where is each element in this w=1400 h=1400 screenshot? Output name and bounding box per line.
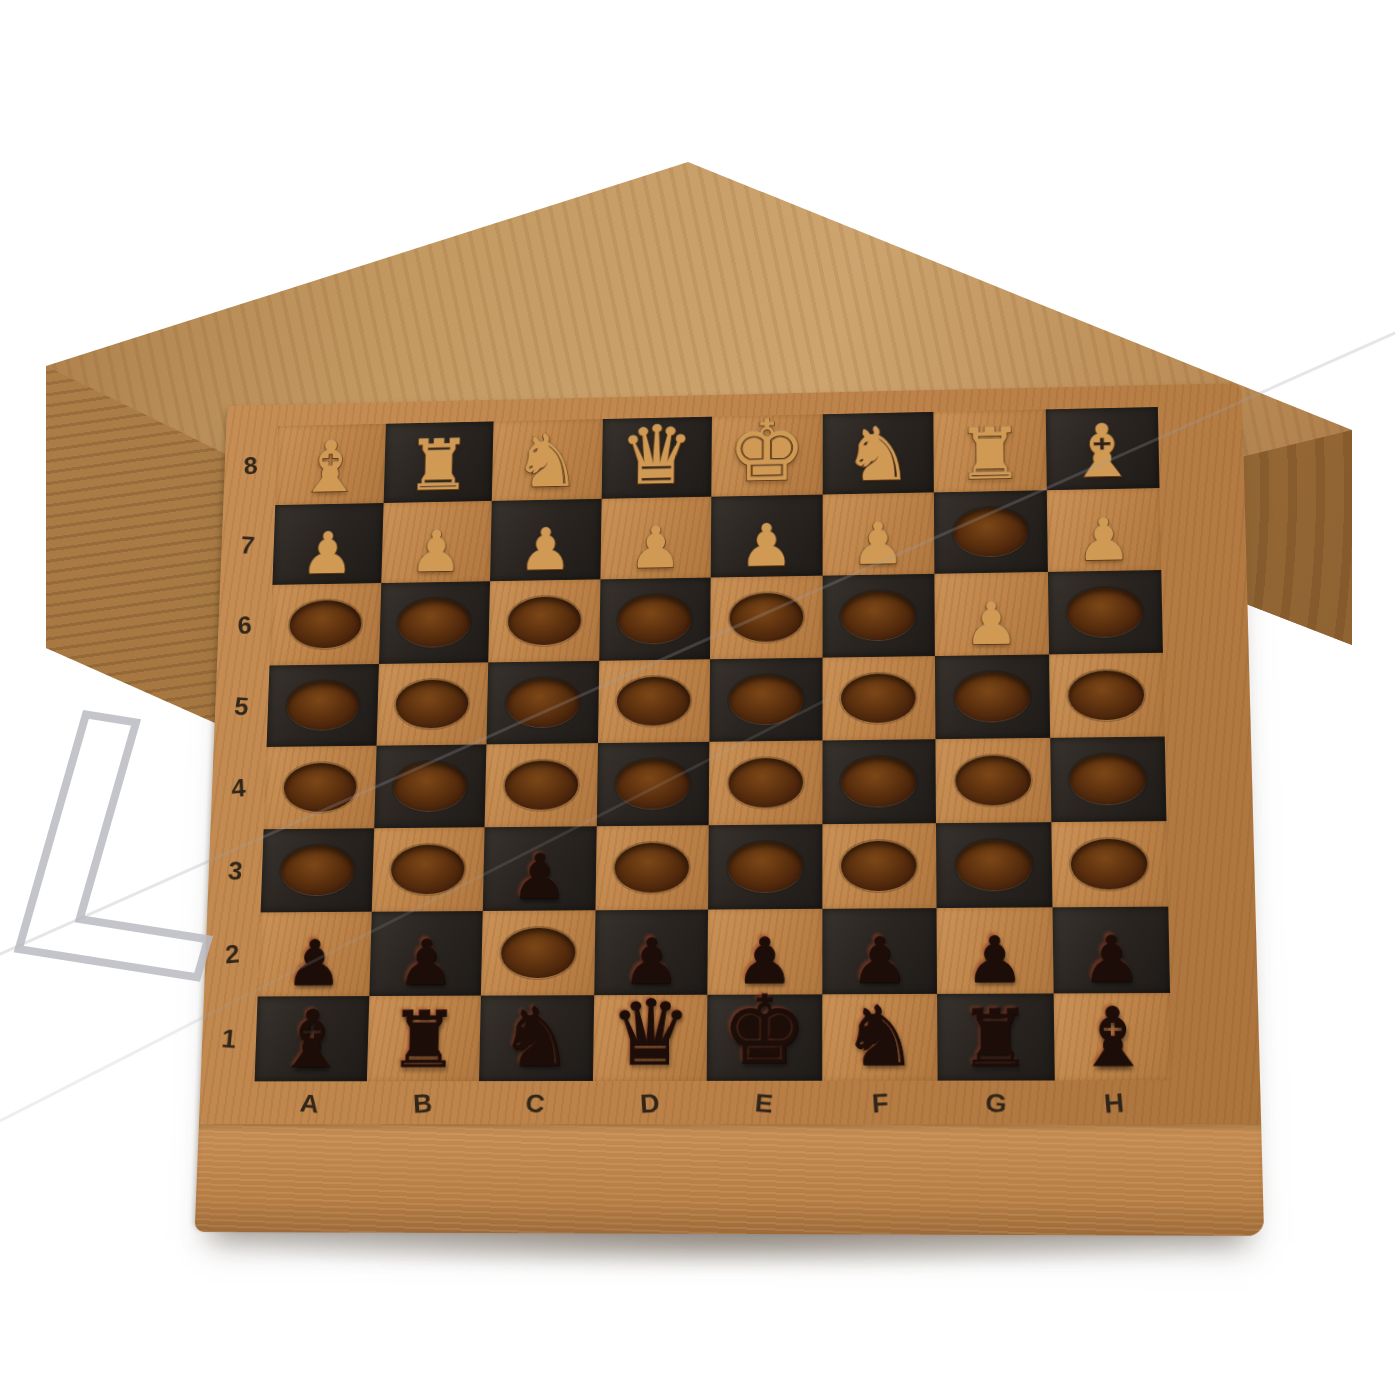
square-c4[interactable]: [485, 743, 598, 827]
peg-hole: [1067, 588, 1143, 637]
square-b1[interactable]: ♜: [366, 996, 481, 1082]
peg-hole: [618, 595, 692, 643]
piece-wN-f8[interactable]: ♞: [822, 417, 934, 492]
square-h3[interactable]: [1051, 821, 1168, 907]
square-a8[interactable]: ♝: [275, 424, 385, 505]
peg-hole: [280, 846, 354, 895]
piece-wP-c7[interactable]: ♟: [490, 521, 601, 580]
square-c2[interactable]: [481, 910, 595, 995]
file-label-e: E: [705, 1079, 823, 1128]
square-f3[interactable]: [822, 823, 937, 909]
piece-wP-f7[interactable]: ♟: [822, 515, 934, 574]
square-c1[interactable]: ♞: [479, 995, 594, 1081]
square-a2[interactable]: ♟: [258, 912, 372, 997]
rank-label-1: 1: [198, 995, 261, 1083]
square-h7[interactable]: ♟: [1046, 488, 1161, 572]
peg-hole: [1068, 671, 1145, 720]
square-e5[interactable]: [709, 658, 822, 742]
piece-wB-a8[interactable]: ♝: [275, 431, 385, 503]
page-background: { "game": "chess", "scene": { "type": "p…: [0, 0, 1400, 1400]
peg-hole: [289, 600, 362, 648]
peg-hole: [286, 681, 360, 729]
square-a5[interactable]: [267, 664, 379, 747]
square-g2[interactable]: ♟: [937, 907, 1054, 994]
square-f2[interactable]: ♟: [822, 908, 937, 994]
square-e6[interactable]: [710, 576, 822, 660]
square-h1[interactable]: ♝: [1053, 993, 1172, 1080]
piece-wP-g6[interactable]: ♟: [935, 594, 1049, 654]
rank-label-5: 5: [211, 665, 272, 749]
square-g4[interactable]: [935, 738, 1050, 823]
piece-bB-a1[interactable]: ♝: [252, 1000, 372, 1079]
square-d7[interactable]: ♟: [600, 497, 711, 580]
file-label-h: H: [1053, 1078, 1174, 1128]
rank-label-4: 4: [210, 745, 267, 832]
square-b6[interactable]: [378, 581, 490, 664]
square-h5[interactable]: [1049, 653, 1165, 738]
square-f4[interactable]: [822, 739, 936, 824]
square-b7[interactable]: ♟: [381, 501, 492, 583]
peg-hole: [729, 593, 803, 642]
peg-hole: [395, 680, 469, 728]
file-label-b: B: [365, 1079, 480, 1128]
square-b5[interactable]: [376, 662, 488, 745]
square-g7[interactable]: [934, 490, 1048, 574]
square-c8[interactable]: ♞: [492, 419, 603, 501]
peg-hole: [841, 757, 916, 806]
peg-hole: [956, 840, 1032, 890]
square-a1[interactable]: ♝: [255, 996, 369, 1081]
file-label-a: A: [252, 1080, 368, 1129]
peg-hole: [504, 761, 578, 810]
piece-bP-c3[interactable]: ♟: [480, 846, 599, 909]
square-f1[interactable]: ♞: [822, 994, 938, 1081]
rank-label-8: 8: [223, 424, 279, 508]
square-c7[interactable]: ♟: [490, 499, 601, 581]
square-g3[interactable]: [936, 822, 1052, 908]
peg-hole: [1071, 839, 1148, 889]
square-a4[interactable]: [264, 746, 377, 830]
board-front-apron: [195, 1124, 1264, 1236]
piece-bB-h1[interactable]: ♝: [1050, 997, 1175, 1078]
square-b4[interactable]: [374, 744, 487, 828]
peg-hole: [954, 672, 1030, 721]
peg-hole: [729, 675, 803, 724]
piece-bR-g1[interactable]: ♜: [934, 1000, 1057, 1079]
piece-bN-c1[interactable]: ♞: [476, 997, 596, 1079]
piece-wB-h8[interactable]: ♝: [1045, 414, 1159, 488]
square-c3[interactable]: ♟: [483, 826, 597, 911]
square-c5[interactable]: [486, 661, 598, 745]
piece-wP-a7[interactable]: ♟: [272, 525, 382, 583]
square-b2[interactable]: ♟: [369, 911, 483, 996]
square-d1[interactable]: ♛: [592, 995, 707, 1081]
peg-hole: [506, 678, 580, 727]
square-c6[interactable]: [488, 579, 600, 662]
square-g5[interactable]: [935, 654, 1050, 739]
peg-hole: [398, 599, 471, 647]
piece-bP-a2[interactable]: ♟: [255, 932, 374, 995]
peg-hole: [617, 677, 691, 726]
piece-bP-b2[interactable]: ♟: [366, 931, 485, 994]
peg-hole: [393, 762, 467, 811]
square-h6[interactable]: [1047, 570, 1163, 654]
rank-label-3: 3: [204, 828, 266, 914]
piece-bP-f2[interactable]: ♟: [819, 928, 940, 992]
peg-hole: [841, 591, 915, 640]
square-e4[interactable]: [709, 740, 822, 825]
peg-hole: [391, 845, 466, 894]
square-f7[interactable]: ♟: [822, 492, 934, 575]
square-a7[interactable]: ♟: [272, 503, 383, 585]
square-f6[interactable]: [822, 574, 935, 658]
piece-wP-d7[interactable]: ♟: [600, 519, 711, 578]
square-h4[interactable]: [1050, 737, 1167, 823]
piece-wR-b8[interactable]: ♜: [383, 430, 493, 501]
piece-wK-e8[interactable]: ♚: [711, 409, 822, 495]
square-d6[interactable]: [599, 578, 711, 661]
peg-hole: [507, 597, 581, 645]
square-f5[interactable]: [822, 656, 935, 740]
square-e3[interactable]: [708, 824, 822, 909]
piece-bK-e1[interactable]: ♚: [704, 984, 825, 1079]
rank-label-7: 7: [217, 504, 278, 586]
square-d8[interactable]: ♛: [601, 417, 712, 499]
peg-hole: [841, 674, 916, 723]
square-a3[interactable]: [261, 828, 374, 912]
rank-label-2: 2: [204, 910, 262, 999]
square-d4[interactable]: [596, 742, 709, 826]
chess-board: 87654321 ♝♜♞♛♚♞♜♝♟♟♟♟♟♟♟♟♟♟♟♟♟♟♟♟♝♜♞♛♚♞♜…: [195, 383, 1264, 1236]
square-h8[interactable]: ♝: [1045, 407, 1159, 490]
piece-bR-b1[interactable]: ♜: [364, 1002, 484, 1080]
piece-wP-e7[interactable]: ♟: [711, 517, 823, 576]
peg-hole: [616, 759, 691, 808]
file-label-f: F: [820, 1079, 939, 1129]
square-a6[interactable]: [269, 583, 380, 665]
peg-hole: [728, 758, 803, 807]
piece-wR-g8[interactable]: ♜: [933, 419, 1046, 491]
peg-hole: [500, 928, 575, 978]
square-g6[interactable]: ♟: [934, 572, 1048, 656]
file-label-d: D: [591, 1079, 708, 1128]
piece-wN-c8[interactable]: ♞: [492, 424, 602, 499]
square-h2[interactable]: ♟: [1052, 907, 1170, 994]
file-labels: ABCDEFGH: [253, 1082, 1173, 1124]
file-label-c: C: [477, 1079, 594, 1128]
square-g8[interactable]: ♜: [933, 409, 1046, 492]
peg-hole: [953, 508, 1028, 557]
piece-wQ-d8[interactable]: ♛: [601, 415, 712, 497]
piece-bP-g2[interactable]: ♟: [934, 928, 1056, 992]
peg-hole: [841, 841, 917, 891]
square-e7[interactable]: ♟: [711, 495, 823, 578]
piece-wP-h7[interactable]: ♟: [1047, 510, 1162, 570]
piece-bN-f1[interactable]: ♞: [819, 996, 941, 1079]
square-e8[interactable]: ♚: [711, 414, 822, 496]
peg-hole: [614, 843, 689, 892]
rank-label-6: 6: [216, 583, 273, 668]
piece-bP-h2[interactable]: ♟: [1049, 927, 1173, 991]
peg-hole: [727, 842, 802, 892]
piece-bQ-d1[interactable]: ♛: [590, 989, 711, 1080]
square-d5[interactable]: [598, 659, 711, 743]
square-d3[interactable]: [595, 825, 709, 910]
peg-hole: [955, 756, 1031, 806]
board-squares-grid: ♝♜♞♛♚♞♜♝♟♟♟♟♟♟♟♟♟♟♟♟♟♟♟♟♝♜♞♛♚♞♜♝: [255, 407, 1172, 1081]
peg-hole: [283, 763, 357, 812]
file-label-g: G: [936, 1079, 1056, 1129]
square-b8[interactable]: ♜: [383, 421, 493, 503]
square-f8[interactable]: ♞: [822, 412, 934, 495]
square-e1[interactable]: ♚: [707, 994, 822, 1081]
peg-hole: [1069, 754, 1146, 804]
piece-wP-b7[interactable]: ♟: [381, 523, 491, 581]
square-b3[interactable]: [371, 827, 484, 911]
square-g1[interactable]: ♜: [937, 993, 1054, 1080]
